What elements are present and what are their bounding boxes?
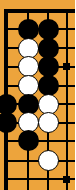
intersection[interactable] [57, 76, 76, 95]
intersection[interactable] [38, 170, 58, 189]
intersection[interactable] [57, 39, 76, 58]
black-stone[interactable] [38, 19, 59, 40]
intersection[interactable] [57, 57, 76, 76]
white-stone[interactable] [18, 56, 39, 77]
intersection[interactable] [0, 131, 16, 150]
go-board [0, 0, 75, 190]
intersection[interactable] [57, 151, 76, 170]
intersection[interactable] [18, 2, 38, 21]
intersection[interactable] [57, 170, 76, 189]
white-stone[interactable] [38, 112, 59, 133]
intersection[interactable] [57, 20, 76, 39]
intersection[interactable] [57, 95, 76, 114]
intersection[interactable] [0, 151, 16, 170]
intersection[interactable] [0, 57, 16, 76]
intersection[interactable] [57, 2, 76, 21]
intersection[interactable] [38, 2, 58, 21]
intersection[interactable] [0, 170, 16, 189]
intersection[interactable] [57, 131, 76, 150]
intersection[interactable] [38, 131, 58, 150]
white-stone[interactable] [38, 150, 59, 171]
intersection[interactable] [0, 20, 16, 39]
black-stone[interactable] [38, 56, 59, 77]
intersection[interactable] [18, 170, 38, 189]
black-stone[interactable] [18, 130, 39, 151]
black-stone[interactable] [18, 19, 39, 40]
intersection[interactable] [0, 39, 16, 58]
white-stone[interactable] [18, 75, 39, 96]
intersection[interactable] [18, 151, 38, 170]
intersection[interactable] [0, 2, 16, 21]
intersection[interactable] [57, 113, 76, 132]
intersection[interactable] [0, 76, 16, 95]
black-stone[interactable] [38, 75, 59, 96]
